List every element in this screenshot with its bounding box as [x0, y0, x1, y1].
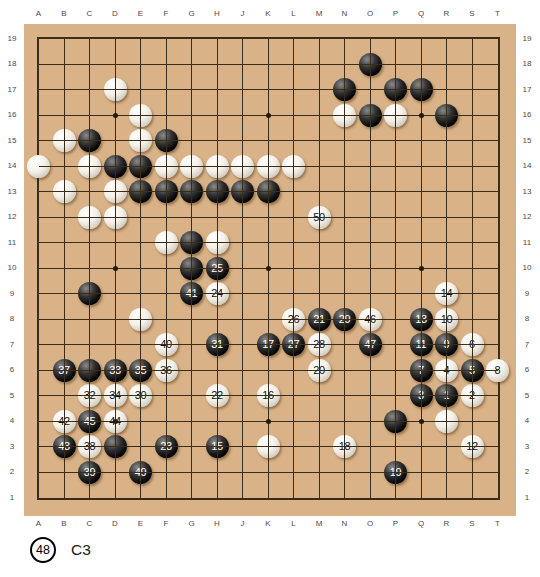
coord-label-left-5: 5 [2, 391, 22, 401]
grid-line-vertical [344, 39, 345, 498]
coord-label-bottom-J: J [233, 519, 253, 529]
coord-label-top-B: B [54, 9, 74, 19]
coord-label-top-Q: Q [411, 9, 431, 19]
coord-label-right-6: 6 [517, 365, 537, 375]
coord-label-left-19: 19 [2, 34, 22, 44]
coord-label-top-F: F [156, 9, 176, 19]
coord-label-left-9: 9 [2, 289, 22, 299]
grid-line-horizontal [39, 344, 498, 345]
coord-label-left-16: 16 [2, 110, 22, 120]
coord-label-bottom-G: G [182, 519, 202, 529]
coord-label-top-S: S [462, 9, 482, 19]
coord-label-left-15: 15 [2, 136, 22, 146]
coord-label-left-8: 8 [2, 314, 22, 324]
coord-label-top-O: O [360, 9, 380, 19]
star-point-K4 [266, 419, 271, 424]
coord-label-right-10: 10 [517, 263, 537, 273]
grid-line-horizontal [39, 242, 498, 243]
coord-label-top-T: T [488, 9, 508, 19]
grid-line-vertical [217, 39, 218, 498]
coord-label-left-14: 14 [2, 161, 22, 171]
grid-line-horizontal [39, 472, 498, 473]
coord-label-left-6: 6 [2, 365, 22, 375]
coord-label-top-C: C [80, 9, 100, 19]
coord-label-bottom-P: P [386, 519, 406, 529]
coord-label-right-1: 1 [517, 493, 537, 503]
grid-line-vertical [64, 39, 65, 498]
coord-label-top-A: A [29, 9, 49, 19]
caption-move-stone: 48 [30, 537, 56, 563]
grid-line-horizontal [39, 140, 498, 141]
coord-label-right-19: 19 [517, 34, 537, 44]
grid-line-vertical [446, 39, 447, 498]
grid-line-horizontal [39, 446, 498, 447]
grid-line-horizontal [39, 370, 498, 371]
coord-label-bottom-O: O [360, 519, 380, 529]
grid-line-vertical [89, 39, 90, 498]
coord-label-bottom-Q: Q [411, 519, 431, 529]
star-point-D10 [113, 266, 118, 271]
coord-label-right-12: 12 [517, 212, 537, 222]
coord-label-right-5: 5 [517, 391, 537, 401]
coord-label-left-12: 12 [2, 212, 22, 222]
grid-line-horizontal [39, 166, 498, 167]
grid-line-vertical [293, 39, 294, 498]
coord-label-right-3: 3 [517, 442, 537, 452]
coord-label-left-4: 4 [2, 416, 22, 426]
coord-label-right-17: 17 [517, 85, 537, 95]
grid-line-vertical [395, 39, 396, 498]
coord-label-bottom-B: B [54, 519, 74, 529]
grid-line-vertical [319, 39, 320, 498]
coord-label-right-18: 18 [517, 59, 537, 69]
grid-line-horizontal [39, 89, 498, 90]
coord-label-left-10: 10 [2, 263, 22, 273]
grid-line-horizontal [39, 395, 498, 396]
star-point-D4 [113, 419, 118, 424]
grid-line-horizontal [39, 217, 498, 218]
coord-label-top-M: M [309, 9, 329, 19]
coord-label-top-K: K [258, 9, 278, 19]
coord-label-top-L: L [284, 9, 304, 19]
coord-label-bottom-T: T [488, 519, 508, 529]
coord-label-top-H: H [207, 9, 227, 19]
coord-label-right-15: 15 [517, 136, 537, 146]
coord-label-right-16: 16 [517, 110, 537, 120]
coord-label-right-13: 13 [517, 187, 537, 197]
coord-label-left-1: 1 [2, 493, 22, 503]
coord-label-top-E: E [131, 9, 151, 19]
caption-move-number: 48 [36, 543, 50, 557]
grid-line-vertical [166, 39, 167, 498]
coord-label-bottom-C: C [80, 519, 100, 529]
star-point-Q16 [419, 113, 424, 118]
coord-label-left-2: 2 [2, 467, 22, 477]
grid-line-vertical [472, 39, 473, 498]
coord-label-bottom-H: H [207, 519, 227, 529]
star-point-D16 [113, 113, 118, 118]
coord-label-top-D: D [105, 9, 125, 19]
coord-label-bottom-E: E [131, 519, 151, 529]
caption-move-location: C3 [71, 541, 91, 559]
coord-label-right-7: 7 [517, 340, 537, 350]
coord-label-left-3: 3 [2, 442, 22, 452]
star-point-Q4 [419, 419, 424, 424]
coord-label-bottom-N: N [335, 519, 355, 529]
coord-label-left-17: 17 [2, 85, 22, 95]
coord-label-right-11: 11 [517, 238, 537, 248]
go-game-diagram: AABBCCDDEEFFGGHHJJKKLLMMNNOOPPQQRRSSTT19… [0, 0, 540, 577]
coord-label-right-2: 2 [517, 467, 537, 477]
coord-label-bottom-D: D [105, 519, 125, 529]
coord-label-bottom-S: S [462, 519, 482, 529]
coord-label-top-N: N [335, 9, 355, 19]
coord-label-bottom-K: K [258, 519, 278, 529]
coord-label-right-9: 9 [517, 289, 537, 299]
coord-label-right-4: 4 [517, 416, 537, 426]
coord-label-right-8: 8 [517, 314, 537, 324]
move-caption: 48 C3 [30, 535, 91, 565]
coord-label-left-7: 7 [2, 340, 22, 350]
star-point-K16 [266, 113, 271, 118]
grid-line-vertical [370, 39, 371, 498]
grid-line-vertical [242, 39, 243, 498]
coord-label-bottom-A: A [29, 519, 49, 529]
coord-label-left-13: 13 [2, 187, 22, 197]
coord-label-top-G: G [182, 9, 202, 19]
coord-label-left-11: 11 [2, 238, 22, 248]
coord-label-right-14: 14 [517, 161, 537, 171]
coord-label-top-J: J [233, 9, 253, 19]
grid-line-vertical [191, 39, 192, 498]
grid-line-horizontal [39, 293, 498, 294]
go-board[interactable]: 1234567891011121314151617181920212223242… [24, 24, 516, 516]
grid-line-horizontal [39, 319, 498, 320]
coord-label-bottom-M: M [309, 519, 329, 529]
coord-label-left-18: 18 [2, 59, 22, 69]
star-point-K10 [266, 266, 271, 271]
grid-line-horizontal [39, 64, 498, 65]
grid-line-horizontal [39, 191, 498, 192]
coord-label-top-R: R [437, 9, 457, 19]
grid-line-vertical [140, 39, 141, 498]
coord-label-bottom-R: R [437, 519, 457, 529]
coord-label-top-P: P [386, 9, 406, 19]
star-point-Q10 [419, 266, 424, 271]
coord-label-bottom-F: F [156, 519, 176, 529]
coord-label-bottom-L: L [284, 519, 304, 529]
